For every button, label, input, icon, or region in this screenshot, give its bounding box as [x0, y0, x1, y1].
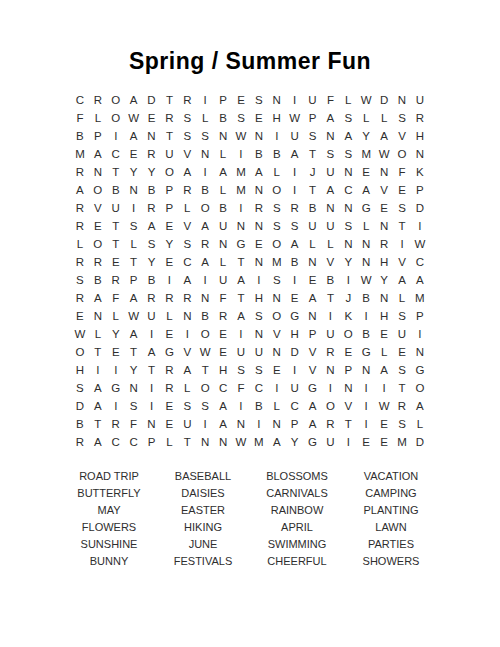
grid-cell-r19c20[interactable]: L [411, 415, 429, 433]
grid-cell-r6c11[interactable]: N [250, 181, 268, 199]
grid-cell-r2c18[interactable]: L [375, 109, 393, 127]
grid-cell-r10c10[interactable]: T [232, 253, 250, 271]
grid-cell-r4c16[interactable]: S [339, 145, 357, 163]
grid-cell-r17c11[interactable]: C [250, 379, 268, 397]
grid-cell-r10c5[interactable]: Y [143, 253, 161, 271]
grid-cell-r7c10[interactable]: I [232, 199, 250, 217]
grid-cell-r11c20[interactable]: A [411, 271, 429, 289]
grid-cell-r15c12[interactable]: N [268, 343, 286, 361]
grid-cell-r19c16[interactable]: T [339, 415, 357, 433]
grid-cell-r3c8[interactable]: S [196, 127, 214, 145]
grid-cell-r8c7[interactable]: V [178, 217, 196, 235]
grid-cell-r13c7[interactable]: N [178, 307, 196, 325]
grid-cell-r6c10[interactable]: M [232, 181, 250, 199]
grid-cell-r10c8[interactable]: A [196, 253, 214, 271]
grid-cell-r19c1[interactable]: B [71, 415, 89, 433]
grid-cell-r2c3[interactable]: O [107, 109, 125, 127]
grid-cell-r8c11[interactable]: N [250, 217, 268, 235]
grid-cell-r7c8[interactable]: O [196, 199, 214, 217]
grid-cell-r4c19[interactable]: O [393, 145, 411, 163]
grid-cell-r3c12[interactable]: I [268, 127, 286, 145]
grid-cell-r7c12[interactable]: S [268, 199, 286, 217]
grid-cell-r18c7[interactable]: S [178, 397, 196, 415]
grid-cell-r15c13[interactable]: D [286, 343, 304, 361]
grid-cell-r17c4[interactable]: N [125, 379, 143, 397]
grid-cell-r2c16[interactable]: S [339, 109, 357, 127]
grid-cell-r16c14[interactable]: V [304, 361, 322, 379]
grid-cell-r3c3[interactable]: I [107, 127, 125, 145]
grid-cell-r12c3[interactable]: F [107, 289, 125, 307]
grid-cell-r16c20[interactable]: G [411, 361, 429, 379]
grid-cell-r4c14[interactable]: T [304, 145, 322, 163]
grid-cell-r20c9[interactable]: N [214, 433, 232, 451]
grid-cell-r18c19[interactable]: R [393, 397, 411, 415]
grid-cell-r6c5[interactable]: B [143, 181, 161, 199]
grid-cell-r11c17[interactable]: W [357, 271, 375, 289]
grid-cell-r18c11[interactable]: B [250, 397, 268, 415]
grid-cell-r5c1[interactable]: R [71, 163, 89, 181]
grid-cell-r10c1[interactable]: R [71, 253, 89, 271]
grid-cell-r18c9[interactable]: A [214, 397, 232, 415]
grid-cell-r15c4[interactable]: T [125, 343, 143, 361]
grid-cell-r11c3[interactable]: R [107, 271, 125, 289]
grid-cell-r14c4[interactable]: A [125, 325, 143, 343]
grid-cell-r7c1[interactable]: R [71, 199, 89, 217]
grid-cell-r10c7[interactable]: C [178, 253, 196, 271]
grid-cell-r13c17[interactable]: I [357, 307, 375, 325]
grid-cell-r9c20[interactable]: W [411, 235, 429, 253]
grid-cell-r17c14[interactable]: G [304, 379, 322, 397]
grid-cell-r3c4[interactable]: A [125, 127, 143, 145]
grid-cell-r20c5[interactable]: P [143, 433, 161, 451]
grid-cell-r15c10[interactable]: U [232, 343, 250, 361]
grid-cell-r5c19[interactable]: F [393, 163, 411, 181]
grid-cell-r18c14[interactable]: A [304, 397, 322, 415]
grid-cell-r14c15[interactable]: U [321, 325, 339, 343]
grid-cell-r6c2[interactable]: O [89, 181, 107, 199]
grid-cell-r8c9[interactable]: U [214, 217, 232, 235]
grid-cell-r6c1[interactable]: A [71, 181, 89, 199]
grid-cell-r9c7[interactable]: S [178, 235, 196, 253]
grid-cell-r7c18[interactable]: E [375, 199, 393, 217]
grid-cell-r8c4[interactable]: S [125, 217, 143, 235]
grid-cell-r20c7[interactable]: T [178, 433, 196, 451]
grid-cell-r16c5[interactable]: T [143, 361, 161, 379]
grid-cell-r3c10[interactable]: W [232, 127, 250, 145]
grid-cell-r10c12[interactable]: M [268, 253, 286, 271]
grid-cell-r5c14[interactable]: J [304, 163, 322, 181]
grid-cell-r12c13[interactable]: E [286, 289, 304, 307]
grid-cell-r14c17[interactable]: B [357, 325, 375, 343]
grid-cell-r9c2[interactable]: O [89, 235, 107, 253]
grid-cell-r15c9[interactable]: E [214, 343, 232, 361]
grid-cell-r7c3[interactable]: U [107, 199, 125, 217]
grid-cell-r13c12[interactable]: O [268, 307, 286, 325]
grid-cell-r16c18[interactable]: A [375, 361, 393, 379]
grid-cell-r9c17[interactable]: N [357, 235, 375, 253]
grid-cell-r18c18[interactable]: W [375, 397, 393, 415]
grid-cell-r15c7[interactable]: V [178, 343, 196, 361]
grid-cell-r8c5[interactable]: A [143, 217, 161, 235]
grid-cell-r15c18[interactable]: L [375, 343, 393, 361]
grid-cell-r9c12[interactable]: O [268, 235, 286, 253]
grid-cell-r20c14[interactable]: G [304, 433, 322, 451]
grid-cell-r7c5[interactable]: R [143, 199, 161, 217]
grid-cell-r4c2[interactable]: A [89, 145, 107, 163]
grid-cell-r11c10[interactable]: A [232, 271, 250, 289]
grid-cell-r16c13[interactable]: I [286, 361, 304, 379]
grid-cell-r13c6[interactable]: L [160, 307, 178, 325]
grid-cell-r11c5[interactable]: B [143, 271, 161, 289]
grid-cell-r18c15[interactable]: O [321, 397, 339, 415]
grid-cell-r9c14[interactable]: L [304, 235, 322, 253]
grid-cell-r9c16[interactable]: N [339, 235, 357, 253]
grid-cell-r16c10[interactable]: S [232, 361, 250, 379]
grid-cell-r12c5[interactable]: R [143, 289, 161, 307]
grid-cell-r9c4[interactable]: L [125, 235, 143, 253]
grid-cell-r3c2[interactable]: P [89, 127, 107, 145]
grid-cell-r15c6[interactable]: G [160, 343, 178, 361]
grid-cell-r19c6[interactable]: E [160, 415, 178, 433]
grid-cell-r10c17[interactable]: N [357, 253, 375, 271]
grid-cell-r6c9[interactable]: L [214, 181, 232, 199]
grid-cell-r9c13[interactable]: A [286, 235, 304, 253]
grid-cell-r6c13[interactable]: I [286, 181, 304, 199]
grid-cell-r12c10[interactable]: T [232, 289, 250, 307]
grid-cell-r6c15[interactable]: A [321, 181, 339, 199]
grid-cell-r16c19[interactable]: S [393, 361, 411, 379]
grid-cell-r8c17[interactable]: L [357, 217, 375, 235]
grid-cell-r3c6[interactable]: T [160, 127, 178, 145]
grid-cell-r1c10[interactable]: E [232, 91, 250, 109]
grid-cell-r20c2[interactable]: A [89, 433, 107, 451]
grid-cell-r8c18[interactable]: N [375, 217, 393, 235]
grid-cell-r14c9[interactable]: E [214, 325, 232, 343]
grid-cell-r17c19[interactable]: T [393, 379, 411, 397]
grid-cell-r12c14[interactable]: A [304, 289, 322, 307]
grid-cell-r7c15[interactable]: N [321, 199, 339, 217]
grid-cell-r13c13[interactable]: G [286, 307, 304, 325]
grid-cell-r1c5[interactable]: D [143, 91, 161, 109]
grid-cell-r17c10[interactable]: F [232, 379, 250, 397]
grid-cell-r3c9[interactable]: N [214, 127, 232, 145]
grid-cell-r7c14[interactable]: B [304, 199, 322, 217]
grid-cell-r13c19[interactable]: S [393, 307, 411, 325]
grid-cell-r17c2[interactable]: A [89, 379, 107, 397]
grid-cell-r4c8[interactable]: N [196, 145, 214, 163]
grid-cell-r4c1[interactable]: M [71, 145, 89, 163]
grid-cell-r19c7[interactable]: U [178, 415, 196, 433]
grid-cell-r4c7[interactable]: V [178, 145, 196, 163]
grid-cell-r8c10[interactable]: N [232, 217, 250, 235]
grid-cell-r10c3[interactable]: E [107, 253, 125, 271]
grid-cell-r7c4[interactable]: I [125, 199, 143, 217]
grid-cell-r11c15[interactable]: B [321, 271, 339, 289]
grid-cell-r16c11[interactable]: S [250, 361, 268, 379]
grid-cell-r20c1[interactable]: R [71, 433, 89, 451]
grid-cell-r2c15[interactable]: A [321, 109, 339, 127]
grid-cell-r1c14[interactable]: U [304, 91, 322, 109]
grid-cell-r20c13[interactable]: Y [286, 433, 304, 451]
grid-cell-r12c16[interactable]: J [339, 289, 357, 307]
grid-cell-r19c8[interactable]: I [196, 415, 214, 433]
grid-cell-r2c2[interactable]: L [89, 109, 107, 127]
grid-cell-r1c15[interactable]: F [321, 91, 339, 109]
grid-cell-r13c16[interactable]: K [339, 307, 357, 325]
grid-cell-r19c2[interactable]: T [89, 415, 107, 433]
grid-cell-r17c12[interactable]: I [268, 379, 286, 397]
grid-cell-r19c15[interactable]: R [321, 415, 339, 433]
grid-cell-r2c11[interactable]: E [250, 109, 268, 127]
grid-cell-r8c20[interactable]: I [411, 217, 429, 235]
grid-cell-r19c12[interactable]: N [268, 415, 286, 433]
grid-cell-r20c17[interactable]: E [357, 433, 375, 451]
grid-cell-r18c12[interactable]: L [268, 397, 286, 415]
grid-cell-r12c8[interactable]: N [196, 289, 214, 307]
grid-cell-r2c8[interactable]: L [196, 109, 214, 127]
grid-cell-r7c11[interactable]: R [250, 199, 268, 217]
grid-cell-r20c19[interactable]: M [393, 433, 411, 451]
grid-cell-r8c1[interactable]: R [71, 217, 89, 235]
grid-cell-r4c5[interactable]: R [143, 145, 161, 163]
grid-cell-r17c18[interactable]: I [375, 379, 393, 397]
grid-cell-r2c17[interactable]: L [357, 109, 375, 127]
grid-cell-r7c2[interactable]: V [89, 199, 107, 217]
grid-cell-r3c20[interactable]: H [411, 127, 429, 145]
grid-cell-r18c20[interactable]: A [411, 397, 429, 415]
grid-cell-r2c4[interactable]: W [125, 109, 143, 127]
grid-cell-r11c4[interactable]: P [125, 271, 143, 289]
grid-cell-r12c1[interactable]: R [71, 289, 89, 307]
grid-cell-r16c4[interactable]: Y [125, 361, 143, 379]
grid-cell-r2c12[interactable]: H [268, 109, 286, 127]
grid-cell-r6c3[interactable]: B [107, 181, 125, 199]
grid-cell-r1c12[interactable]: N [268, 91, 286, 109]
grid-cell-r14c6[interactable]: E [160, 325, 178, 343]
grid-cell-r14c8[interactable]: O [196, 325, 214, 343]
grid-cell-r7c13[interactable]: R [286, 199, 304, 217]
grid-cell-r10c6[interactable]: E [160, 253, 178, 271]
grid-cell-r13c5[interactable]: U [143, 307, 161, 325]
grid-cell-r19c10[interactable]: N [232, 415, 250, 433]
grid-cell-r9c19[interactable]: I [393, 235, 411, 253]
grid-cell-r6c4[interactable]: N [125, 181, 143, 199]
grid-cell-r17c6[interactable]: R [160, 379, 178, 397]
grid-cell-r4c20[interactable]: N [411, 145, 429, 163]
grid-cell-r16c2[interactable]: I [89, 361, 107, 379]
grid-cell-r12c2[interactable]: A [89, 289, 107, 307]
grid-cell-r5c10[interactable]: M [232, 163, 250, 181]
grid-cell-r1c18[interactable]: D [375, 91, 393, 109]
grid-cell-r9c11[interactable]: E [250, 235, 268, 253]
grid-cell-r20c12[interactable]: A [268, 433, 286, 451]
grid-cell-r3c15[interactable]: N [321, 127, 339, 145]
grid-cell-r3c16[interactable]: A [339, 127, 357, 145]
grid-cell-r20c3[interactable]: C [107, 433, 125, 451]
grid-cell-r11c14[interactable]: E [304, 271, 322, 289]
grid-cell-r11c6[interactable]: I [160, 271, 178, 289]
grid-cell-r2c13[interactable]: W [286, 109, 304, 127]
grid-cell-r13c15[interactable]: I [321, 307, 339, 325]
grid-cell-r12c7[interactable]: R [178, 289, 196, 307]
grid-cell-r6c17[interactable]: A [357, 181, 375, 199]
grid-cell-r13c3[interactable]: L [107, 307, 125, 325]
grid-cell-r6c7[interactable]: R [178, 181, 196, 199]
grid-cell-r5c16[interactable]: N [339, 163, 357, 181]
grid-cell-r13c14[interactable]: N [304, 307, 322, 325]
grid-cell-r5c4[interactable]: Y [125, 163, 143, 181]
grid-cell-r3c17[interactable]: Y [357, 127, 375, 145]
grid-cell-r12c17[interactable]: B [357, 289, 375, 307]
grid-cell-r9c9[interactable]: N [214, 235, 232, 253]
grid-cell-r5c20[interactable]: K [411, 163, 429, 181]
grid-cell-r10c19[interactable]: V [393, 253, 411, 271]
grid-cell-r5c9[interactable]: A [214, 163, 232, 181]
grid-cell-r1c3[interactable]: O [107, 91, 125, 109]
grid-cell-r13c11[interactable]: S [250, 307, 268, 325]
grid-cell-r20c4[interactable]: C [125, 433, 143, 451]
grid-cell-r3c11[interactable]: N [250, 127, 268, 145]
grid-cell-r14c19[interactable]: U [393, 325, 411, 343]
grid-cell-r19c5[interactable]: N [143, 415, 161, 433]
grid-cell-r15c5[interactable]: A [143, 343, 161, 361]
grid-cell-r13c10[interactable]: A [232, 307, 250, 325]
grid-cell-r16c8[interactable]: T [196, 361, 214, 379]
grid-cell-r1c8[interactable]: I [196, 91, 214, 109]
grid-cell-r10c2[interactable]: R [89, 253, 107, 271]
grid-cell-r3c14[interactable]: S [304, 127, 322, 145]
grid-cell-r8c16[interactable]: S [339, 217, 357, 235]
grid-cell-r17c5[interactable]: I [143, 379, 161, 397]
grid-cell-r10c9[interactable]: L [214, 253, 232, 271]
grid-cell-r13c4[interactable]: W [125, 307, 143, 325]
grid-cell-r13c9[interactable]: R [214, 307, 232, 325]
grid-cell-r10c18[interactable]: H [375, 253, 393, 271]
grid-cell-r13c18[interactable]: H [375, 307, 393, 325]
grid-cell-r1c7[interactable]: R [178, 91, 196, 109]
grid-cell-r19c11[interactable]: I [250, 415, 268, 433]
grid-cell-r5c15[interactable]: U [321, 163, 339, 181]
grid-cell-r15c19[interactable]: E [393, 343, 411, 361]
grid-cell-r2c20[interactable]: R [411, 109, 429, 127]
grid-cell-r6c18[interactable]: V [375, 181, 393, 199]
grid-cell-r13c2[interactable]: N [89, 307, 107, 325]
grid-cell-r19c14[interactable]: A [304, 415, 322, 433]
grid-cell-r15c15[interactable]: R [321, 343, 339, 361]
grid-cell-r12c15[interactable]: T [321, 289, 339, 307]
grid-cell-r8c3[interactable]: T [107, 217, 125, 235]
grid-cell-r16c17[interactable]: N [357, 361, 375, 379]
grid-cell-r19c4[interactable]: F [125, 415, 143, 433]
grid-cell-r18c4[interactable]: S [125, 397, 143, 415]
grid-cell-r4c11[interactable]: B [250, 145, 268, 163]
grid-cell-r1c11[interactable]: S [250, 91, 268, 109]
grid-cell-r17c7[interactable]: L [178, 379, 196, 397]
grid-cell-r20c18[interactable]: E [375, 433, 393, 451]
grid-cell-r8c2[interactable]: E [89, 217, 107, 235]
grid-cell-r18c8[interactable]: S [196, 397, 214, 415]
grid-cell-r5c17[interactable]: E [357, 163, 375, 181]
grid-cell-r5c11[interactable]: A [250, 163, 268, 181]
grid-cell-r1c9[interactable]: P [214, 91, 232, 109]
grid-cell-r18c10[interactable]: I [232, 397, 250, 415]
grid-cell-r2c10[interactable]: S [232, 109, 250, 127]
grid-cell-r16c12[interactable]: E [268, 361, 286, 379]
grid-cell-r18c6[interactable]: E [160, 397, 178, 415]
grid-cell-r18c13[interactable]: C [286, 397, 304, 415]
grid-cell-r17c15[interactable]: I [321, 379, 339, 397]
grid-cell-r1c16[interactable]: L [339, 91, 357, 109]
grid-cell-r12c9[interactable]: F [214, 289, 232, 307]
grid-cell-r3c1[interactable]: B [71, 127, 89, 145]
grid-cell-r14c1[interactable]: W [71, 325, 89, 343]
grid-cell-r9c5[interactable]: S [143, 235, 161, 253]
grid-cell-r16c16[interactable]: P [339, 361, 357, 379]
grid-cell-r2c1[interactable]: F [71, 109, 89, 127]
grid-cell-r1c20[interactable]: U [411, 91, 429, 109]
grid-cell-r15c20[interactable]: N [411, 343, 429, 361]
grid-cell-r18c16[interactable]: V [339, 397, 357, 415]
grid-cell-r16c6[interactable]: R [160, 361, 178, 379]
grid-cell-r6c20[interactable]: P [411, 181, 429, 199]
grid-cell-r8c14[interactable]: U [304, 217, 322, 235]
grid-cell-r7c16[interactable]: N [339, 199, 357, 217]
grid-cell-r5c6[interactable]: O [160, 163, 178, 181]
grid-cell-r17c9[interactable]: C [214, 379, 232, 397]
grid-cell-r4c4[interactable]: E [125, 145, 143, 163]
grid-cell-r12c4[interactable]: A [125, 289, 143, 307]
grid-cell-r20c20[interactable]: D [411, 433, 429, 451]
grid-cell-r10c13[interactable]: B [286, 253, 304, 271]
grid-cell-r12c12[interactable]: N [268, 289, 286, 307]
grid-cell-r4c6[interactable]: U [160, 145, 178, 163]
grid-cell-r10c15[interactable]: V [321, 253, 339, 271]
grid-cell-r6c12[interactable]: O [268, 181, 286, 199]
grid-cell-r9c3[interactable]: T [107, 235, 125, 253]
grid-cell-r7c9[interactable]: B [214, 199, 232, 217]
grid-cell-r11c12[interactable]: S [268, 271, 286, 289]
grid-cell-r6c16[interactable]: C [339, 181, 357, 199]
grid-cell-r14c16[interactable]: O [339, 325, 357, 343]
grid-cell-r1c1[interactable]: C [71, 91, 89, 109]
grid-cell-r9c6[interactable]: Y [160, 235, 178, 253]
grid-cell-r17c13[interactable]: U [286, 379, 304, 397]
grid-cell-r9c8[interactable]: R [196, 235, 214, 253]
grid-cell-r4c12[interactable]: B [268, 145, 286, 163]
grid-cell-r11c13[interactable]: I [286, 271, 304, 289]
grid-cell-r11c2[interactable]: B [89, 271, 107, 289]
grid-cell-r8c6[interactable]: E [160, 217, 178, 235]
grid-cell-r11c11[interactable]: I [250, 271, 268, 289]
grid-cell-r19c13[interactable]: P [286, 415, 304, 433]
grid-cell-r13c1[interactable]: E [71, 307, 89, 325]
grid-cell-r20c8[interactable]: N [196, 433, 214, 451]
grid-cell-r16c9[interactable]: H [214, 361, 232, 379]
grid-cell-r15c11[interactable]: U [250, 343, 268, 361]
grid-cell-r8c19[interactable]: T [393, 217, 411, 235]
grid-cell-r11c9[interactable]: U [214, 271, 232, 289]
grid-cell-r14c2[interactable]: L [89, 325, 107, 343]
grid-cell-r16c1[interactable]: H [71, 361, 89, 379]
grid-cell-r5c13[interactable]: I [286, 163, 304, 181]
grid-cell-r14c12[interactable]: V [268, 325, 286, 343]
grid-cell-r9c18[interactable]: R [375, 235, 393, 253]
grid-cell-r18c5[interactable]: I [143, 397, 161, 415]
grid-cell-r19c9[interactable]: A [214, 415, 232, 433]
grid-cell-r6c19[interactable]: E [393, 181, 411, 199]
grid-cell-r10c11[interactable]: N [250, 253, 268, 271]
grid-cell-r12c6[interactable]: R [160, 289, 178, 307]
